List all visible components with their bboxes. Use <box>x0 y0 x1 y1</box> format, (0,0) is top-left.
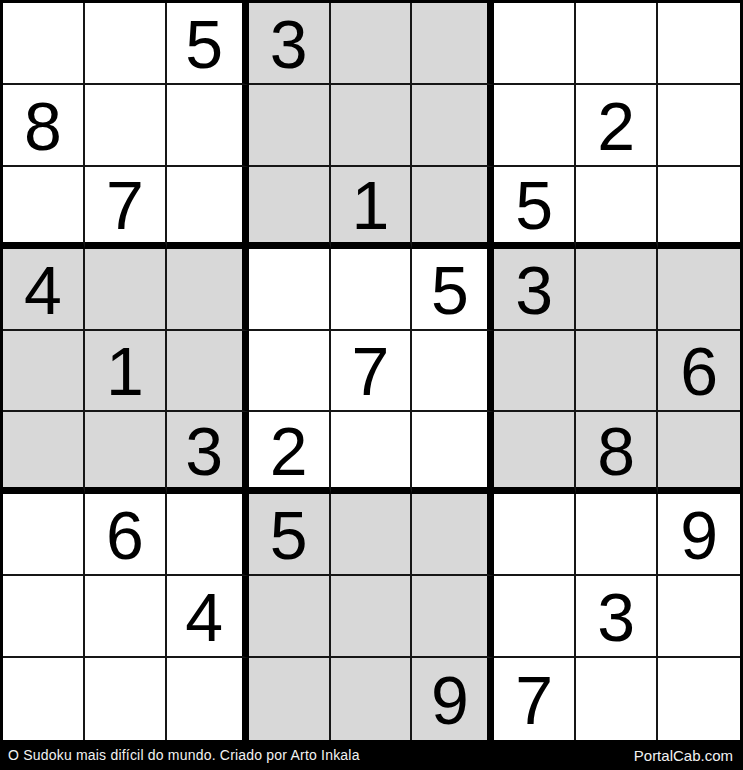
given-digit: 9 <box>680 501 718 569</box>
source-credit: PortalCab.com <box>634 747 733 764</box>
cell-r6c6[interactable] <box>412 412 494 494</box>
cell-r4c2[interactable] <box>85 249 167 331</box>
given-digit: 9 <box>431 666 469 734</box>
cell-r7c5[interactable] <box>331 494 413 576</box>
cell-r6c3[interactable]: 3 <box>167 412 249 494</box>
cell-r7c3[interactable] <box>167 494 249 576</box>
cell-r9c1[interactable] <box>3 658 85 740</box>
cell-r9c8[interactable] <box>576 658 658 740</box>
given-digit: 3 <box>597 583 635 651</box>
cell-r3c5[interactable]: 1 <box>331 167 413 249</box>
cell-r3c2[interactable]: 7 <box>85 167 167 249</box>
cell-r2c9[interactable] <box>658 85 740 167</box>
cell-r3c8[interactable] <box>576 167 658 249</box>
cell-r7c8[interactable] <box>576 494 658 576</box>
cell-r1c8[interactable] <box>576 3 658 85</box>
given-digit: 5 <box>270 501 308 569</box>
given-digit: 3 <box>515 256 553 324</box>
given-digit: 6 <box>106 501 144 569</box>
cell-r8c3[interactable]: 4 <box>167 576 249 658</box>
cell-r5c5[interactable]: 7 <box>331 331 413 413</box>
cell-r4c7[interactable]: 3 <box>494 249 576 331</box>
given-digit: 4 <box>185 583 223 651</box>
cell-r1c7[interactable] <box>494 3 576 85</box>
given-digit: 7 <box>106 171 144 239</box>
cell-r1c1[interactable] <box>3 3 85 85</box>
given-digit: 1 <box>106 337 144 405</box>
given-digit: 1 <box>352 171 390 239</box>
cell-r6c7[interactable] <box>494 412 576 494</box>
cell-r4c5[interactable] <box>331 249 413 331</box>
footer-bar: O Sudoku mais difícil do mundo. Criado p… <box>0 740 743 770</box>
cell-r5c3[interactable] <box>167 331 249 413</box>
cell-r3c4[interactable] <box>249 167 331 249</box>
cell-r6c1[interactable] <box>3 412 85 494</box>
cell-r1c4[interactable]: 3 <box>249 3 331 85</box>
puzzle-caption: O Sudoku mais difícil do mundo. Criado p… <box>8 747 360 763</box>
cell-r5c1[interactable] <box>3 331 85 413</box>
cell-r8c7[interactable] <box>494 576 576 658</box>
given-digit: 2 <box>597 92 635 160</box>
cell-r3c6[interactable] <box>412 167 494 249</box>
cell-r9c7[interactable]: 7 <box>494 658 576 740</box>
cell-r4c4[interactable] <box>249 249 331 331</box>
cell-r1c5[interactable] <box>331 3 413 85</box>
cell-r8c9[interactable] <box>658 576 740 658</box>
cell-r7c7[interactable] <box>494 494 576 576</box>
cell-r3c9[interactable] <box>658 167 740 249</box>
cell-r5c8[interactable] <box>576 331 658 413</box>
cell-r3c1[interactable] <box>3 167 85 249</box>
cell-r5c2[interactable]: 1 <box>85 331 167 413</box>
sudoku-board: 53827154531763286594397 <box>0 0 743 740</box>
cell-r8c1[interactable] <box>3 576 85 658</box>
given-digit: 3 <box>185 417 223 485</box>
given-digit: 4 <box>24 256 62 324</box>
cell-r9c2[interactable] <box>85 658 167 740</box>
cell-r3c3[interactable] <box>167 167 249 249</box>
cell-r6c2[interactable] <box>85 412 167 494</box>
cell-r3c7[interactable]: 5 <box>494 167 576 249</box>
cell-r7c2[interactable]: 6 <box>85 494 167 576</box>
cell-r8c8[interactable]: 3 <box>576 576 658 658</box>
cell-r2c8[interactable]: 2 <box>576 85 658 167</box>
cell-r5c7[interactable] <box>494 331 576 413</box>
cell-r2c6[interactable] <box>412 85 494 167</box>
cell-r2c5[interactable] <box>331 85 413 167</box>
cell-r8c5[interactable] <box>331 576 413 658</box>
cell-r8c6[interactable] <box>412 576 494 658</box>
cell-r6c8[interactable]: 8 <box>576 412 658 494</box>
given-digit: 5 <box>185 10 223 78</box>
cell-r1c3[interactable]: 5 <box>167 3 249 85</box>
cell-r6c5[interactable] <box>331 412 413 494</box>
cell-r8c4[interactable] <box>249 576 331 658</box>
cell-r9c3[interactable] <box>167 658 249 740</box>
given-digit: 3 <box>270 10 308 78</box>
cell-r4c1[interactable]: 4 <box>3 249 85 331</box>
given-digit: 7 <box>515 666 553 734</box>
cell-r8c2[interactable] <box>85 576 167 658</box>
cell-r9c5[interactable] <box>331 658 413 740</box>
cell-r6c9[interactable] <box>658 412 740 494</box>
cell-r9c9[interactable] <box>658 658 740 740</box>
cell-r5c9[interactable]: 6 <box>658 331 740 413</box>
cell-r2c3[interactable] <box>167 85 249 167</box>
cell-r4c8[interactable] <box>576 249 658 331</box>
cell-r5c4[interactable] <box>249 331 331 413</box>
given-digit: 7 <box>352 337 390 405</box>
cell-r7c6[interactable] <box>412 494 494 576</box>
cell-r1c2[interactable] <box>85 3 167 85</box>
cell-r4c9[interactable] <box>658 249 740 331</box>
cell-r9c6[interactable]: 9 <box>412 658 494 740</box>
cell-r1c9[interactable] <box>658 3 740 85</box>
given-digit: 8 <box>597 417 635 485</box>
given-digit: 2 <box>270 417 308 485</box>
cell-r2c7[interactable] <box>494 85 576 167</box>
given-digit: 8 <box>24 92 62 160</box>
given-digit: 5 <box>431 256 469 324</box>
cell-r4c6[interactable]: 5 <box>412 249 494 331</box>
cell-r2c2[interactable] <box>85 85 167 167</box>
cell-r4c3[interactable] <box>167 249 249 331</box>
cell-r2c4[interactable] <box>249 85 331 167</box>
cell-r7c1[interactable] <box>3 494 85 576</box>
given-digit: 6 <box>680 337 718 405</box>
cell-r6c4[interactable]: 2 <box>249 412 331 494</box>
cell-r7c9[interactable]: 9 <box>658 494 740 576</box>
cell-r1c6[interactable] <box>412 3 494 85</box>
cell-r9c4[interactable] <box>249 658 331 740</box>
cell-r5c6[interactable] <box>412 331 494 413</box>
given-digit: 5 <box>515 171 553 239</box>
cell-r7c4[interactable]: 5 <box>249 494 331 576</box>
cell-r2c1[interactable]: 8 <box>3 85 85 167</box>
